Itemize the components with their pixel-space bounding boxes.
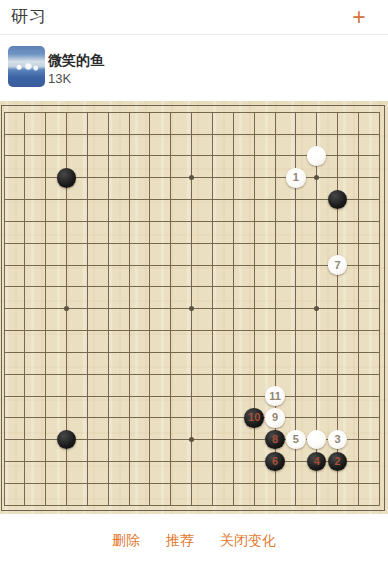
board-intersection[interactable]: [265, 342, 286, 364]
board-intersection[interactable]: [98, 407, 119, 429]
board-intersection[interactable]: [140, 232, 161, 254]
board-intersection[interactable]: [56, 276, 77, 298]
board-intersection[interactable]: [119, 342, 140, 364]
board-intersection[interactable]: [244, 363, 265, 385]
board-intersection[interactable]: [35, 494, 56, 514]
board-intersection[interactable]: [223, 407, 244, 429]
board-intersection[interactable]: [223, 232, 244, 254]
stone-black[interactable]: 2: [328, 452, 348, 472]
board-intersection[interactable]: [223, 494, 244, 514]
board-intersection[interactable]: [265, 298, 286, 320]
board-intersection[interactable]: [306, 363, 327, 385]
board-intersection[interactable]: [348, 123, 369, 145]
board-intersection[interactable]: [181, 232, 202, 254]
board-intersection[interactable]: [98, 342, 119, 364]
board-intersection[interactable]: [56, 254, 77, 276]
board-intersection[interactable]: [56, 429, 77, 451]
board-intersection[interactable]: [202, 189, 223, 211]
board-intersection[interactable]: [35, 451, 56, 473]
delete-button[interactable]: 删除: [112, 530, 140, 552]
board-intersection[interactable]: [223, 320, 244, 342]
board-intersection[interactable]: [98, 363, 119, 385]
board-intersection[interactable]: [119, 298, 140, 320]
board-intersection[interactable]: [244, 123, 265, 145]
board-intersection[interactable]: [327, 494, 348, 514]
board-intersection[interactable]: [0, 123, 14, 145]
board-intersection[interactable]: [265, 101, 286, 123]
stone-white[interactable]: 3: [328, 430, 348, 450]
board-intersection[interactable]: [202, 123, 223, 145]
board-intersection[interactable]: [119, 363, 140, 385]
board-intersection[interactable]: [140, 167, 161, 189]
board-intersection[interactable]: [140, 145, 161, 167]
board-intersection[interactable]: [369, 429, 388, 451]
board-intersection[interactable]: [160, 211, 181, 233]
board-intersection[interactable]: [202, 472, 223, 494]
board-intersection[interactable]: [0, 472, 14, 494]
board-intersection[interactable]: [77, 123, 98, 145]
board-intersection[interactable]: 1: [285, 167, 306, 189]
board-intersection[interactable]: [202, 167, 223, 189]
board-intersection[interactable]: [244, 451, 265, 473]
board-intersection[interactable]: [265, 472, 286, 494]
board-intersection[interactable]: [77, 254, 98, 276]
board-intersection[interactable]: [244, 276, 265, 298]
board-intersection[interactable]: [181, 429, 202, 451]
board-intersection[interactable]: [244, 189, 265, 211]
stone-black[interactable]: [57, 168, 77, 188]
board-intersection[interactable]: [202, 320, 223, 342]
board-intersection[interactable]: [181, 254, 202, 276]
board-intersection[interactable]: [306, 298, 327, 320]
board-intersection[interactable]: [244, 211, 265, 233]
board-intersection[interactable]: [306, 145, 327, 167]
stone-black[interactable]: [328, 190, 348, 210]
board-intersection[interactable]: [202, 363, 223, 385]
board-intersection[interactable]: [327, 189, 348, 211]
board-intersection[interactable]: [348, 342, 369, 364]
board-intersection[interactable]: [285, 363, 306, 385]
board-intersection[interactable]: [306, 342, 327, 364]
board-intersection[interactable]: [0, 407, 14, 429]
board-intersection[interactable]: [265, 189, 286, 211]
board-intersection[interactable]: [14, 363, 35, 385]
board-intersection[interactable]: 6: [265, 451, 286, 473]
board-intersection[interactable]: [306, 167, 327, 189]
board-intersection[interactable]: [77, 429, 98, 451]
board-intersection[interactable]: [348, 167, 369, 189]
board-intersection[interactable]: [244, 298, 265, 320]
board-intersection[interactable]: [119, 472, 140, 494]
board-intersection[interactable]: [369, 276, 388, 298]
board-intersection[interactable]: [265, 167, 286, 189]
board-intersection[interactable]: [348, 232, 369, 254]
board-intersection[interactable]: [285, 451, 306, 473]
board-intersection[interactable]: [0, 254, 14, 276]
board-intersection[interactable]: [56, 298, 77, 320]
board-intersection[interactable]: [35, 385, 56, 407]
board-intersection[interactable]: [119, 254, 140, 276]
board-intersection[interactable]: [14, 232, 35, 254]
board-intersection[interactable]: [98, 145, 119, 167]
board-intersection[interactable]: [140, 101, 161, 123]
board-intersection[interactable]: 8: [265, 429, 286, 451]
board-intersection[interactable]: [306, 276, 327, 298]
board-intersection[interactable]: [369, 342, 388, 364]
board-intersection[interactable]: [181, 101, 202, 123]
board-intersection[interactable]: [119, 167, 140, 189]
board-intersection[interactable]: [181, 189, 202, 211]
board-intersection[interactable]: 4: [306, 451, 327, 473]
board-intersection[interactable]: [56, 342, 77, 364]
board-intersection[interactable]: [369, 494, 388, 514]
board-intersection[interactable]: [140, 429, 161, 451]
board-intersection[interactable]: [327, 298, 348, 320]
board-intersection[interactable]: [140, 363, 161, 385]
board-intersection[interactable]: [202, 385, 223, 407]
board-intersection[interactable]: [35, 167, 56, 189]
board-intersection[interactable]: [223, 211, 244, 233]
board-intersection[interactable]: [56, 407, 77, 429]
board-intersection[interactable]: [77, 101, 98, 123]
board-intersection[interactable]: [369, 189, 388, 211]
board-intersection[interactable]: [265, 363, 286, 385]
board-intersection[interactable]: [306, 232, 327, 254]
board-intersection[interactable]: 9: [265, 407, 286, 429]
stone-white[interactable]: 1: [286, 168, 306, 188]
board-intersection[interactable]: [327, 232, 348, 254]
board-intersection[interactable]: [285, 385, 306, 407]
board-intersection[interactable]: [98, 123, 119, 145]
board-intersection[interactable]: [244, 320, 265, 342]
board-intersection[interactable]: [181, 167, 202, 189]
board-intersection[interactable]: [369, 101, 388, 123]
board-intersection[interactable]: [56, 363, 77, 385]
board-intersection[interactable]: [202, 342, 223, 364]
board-intersection[interactable]: [14, 320, 35, 342]
board-intersection[interactable]: [202, 254, 223, 276]
board-intersection[interactable]: [77, 298, 98, 320]
board-intersection[interactable]: [140, 494, 161, 514]
board-intersection[interactable]: [35, 145, 56, 167]
board-intersection[interactable]: [369, 472, 388, 494]
board-intersection[interactable]: [160, 254, 181, 276]
board-intersection[interactable]: [327, 363, 348, 385]
board-intersection[interactable]: [35, 101, 56, 123]
board-intersection[interactable]: [14, 145, 35, 167]
board-intersection[interactable]: [244, 167, 265, 189]
board-intersection[interactable]: [160, 123, 181, 145]
board-intersection[interactable]: [265, 276, 286, 298]
board-intersection[interactable]: [140, 472, 161, 494]
board-intersection[interactable]: [181, 451, 202, 473]
board-intersection[interactable]: [98, 189, 119, 211]
board-intersection[interactable]: [0, 385, 14, 407]
board-intersection[interactable]: [56, 472, 77, 494]
board-intersection[interactable]: [98, 298, 119, 320]
board-intersection[interactable]: [119, 211, 140, 233]
board-intersection[interactable]: [56, 385, 77, 407]
board-intersection[interactable]: [327, 276, 348, 298]
board-intersection[interactable]: [244, 494, 265, 514]
board-intersection[interactable]: [0, 342, 14, 364]
board-intersection[interactable]: [369, 167, 388, 189]
board-intersection[interactable]: [202, 407, 223, 429]
board-intersection[interactable]: [160, 276, 181, 298]
board-intersection[interactable]: [244, 429, 265, 451]
board-intersection[interactable]: [140, 211, 161, 233]
board-intersection[interactable]: [0, 494, 14, 514]
board-intersection[interactable]: [160, 232, 181, 254]
board-intersection[interactable]: [369, 451, 388, 473]
board-intersection[interactable]: [160, 101, 181, 123]
board-intersection[interactable]: [98, 276, 119, 298]
board-intersection[interactable]: [348, 254, 369, 276]
board-intersection[interactable]: [160, 429, 181, 451]
board-intersection[interactable]: [348, 211, 369, 233]
board-intersection[interactable]: [0, 298, 14, 320]
board-intersection[interactable]: [77, 363, 98, 385]
board-intersection[interactable]: [98, 211, 119, 233]
board-intersection[interactable]: [181, 494, 202, 514]
board-intersection[interactable]: [181, 363, 202, 385]
board-intersection[interactable]: [348, 320, 369, 342]
board-intersection[interactable]: [35, 363, 56, 385]
board-intersection[interactable]: [202, 494, 223, 514]
board-intersection[interactable]: [327, 407, 348, 429]
board-intersection[interactable]: [223, 189, 244, 211]
board-intersection[interactable]: [77, 276, 98, 298]
board-intersection[interactable]: [14, 429, 35, 451]
board-intersection[interactable]: [369, 407, 388, 429]
board-intersection[interactable]: [56, 145, 77, 167]
board-intersection[interactable]: [140, 407, 161, 429]
board-intersection[interactable]: [285, 189, 306, 211]
board-intersection[interactable]: [0, 101, 14, 123]
board-intersection[interactable]: [14, 123, 35, 145]
board-intersection[interactable]: [327, 472, 348, 494]
board-intersection[interactable]: [14, 211, 35, 233]
board-intersection[interactable]: [77, 211, 98, 233]
board-intersection[interactable]: [119, 232, 140, 254]
board-intersection[interactable]: [223, 298, 244, 320]
board-intersection[interactable]: [369, 363, 388, 385]
stone-black[interactable]: 4: [307, 452, 327, 472]
recommend-button[interactable]: 推荐: [166, 530, 194, 552]
board-intersection[interactable]: [306, 385, 327, 407]
board-intersection[interactable]: [223, 254, 244, 276]
board-intersection[interactable]: [348, 363, 369, 385]
board-intersection[interactable]: [327, 385, 348, 407]
board-intersection[interactable]: [160, 451, 181, 473]
board-intersection[interactable]: [223, 342, 244, 364]
board-intersection[interactable]: [348, 451, 369, 473]
board-intersection[interactable]: [265, 211, 286, 233]
board-intersection[interactable]: [98, 494, 119, 514]
board-intersection[interactable]: [181, 211, 202, 233]
board-intersection[interactable]: [202, 101, 223, 123]
board-intersection[interactable]: [56, 167, 77, 189]
board-intersection[interactable]: [244, 385, 265, 407]
board-intersection[interactable]: [14, 276, 35, 298]
board-intersection[interactable]: 7: [327, 254, 348, 276]
stone-white[interactable]: 7: [328, 255, 348, 275]
board-intersection[interactable]: [306, 472, 327, 494]
board-intersection[interactable]: [348, 189, 369, 211]
stone-black[interactable]: 8: [265, 430, 285, 450]
board-intersection[interactable]: [160, 167, 181, 189]
add-button[interactable]: +: [344, 0, 374, 34]
board-intersection[interactable]: [140, 385, 161, 407]
board-intersection[interactable]: [119, 451, 140, 473]
board-intersection[interactable]: [14, 385, 35, 407]
board-intersection[interactable]: [160, 145, 181, 167]
board-intersection[interactable]: [0, 363, 14, 385]
board-intersection[interactable]: [181, 123, 202, 145]
board-intersection[interactable]: [98, 101, 119, 123]
player-list-item[interactable]: 微笑的鱼 13K: [0, 35, 388, 101]
board-intersection[interactable]: [223, 123, 244, 145]
board-intersection[interactable]: [306, 123, 327, 145]
board-intersection[interactable]: [140, 276, 161, 298]
board-intersection[interactable]: [119, 320, 140, 342]
board-intersection[interactable]: [98, 232, 119, 254]
board-intersection[interactable]: [202, 429, 223, 451]
board-intersection[interactable]: [140, 254, 161, 276]
board-intersection[interactable]: [181, 342, 202, 364]
board-intersection[interactable]: [14, 451, 35, 473]
board-intersection[interactable]: [223, 472, 244, 494]
board-intersection[interactable]: [77, 167, 98, 189]
board-intersection[interactable]: [119, 429, 140, 451]
board-intersection[interactable]: 10: [244, 407, 265, 429]
go-board[interactable]: 1711109853642: [0, 101, 388, 514]
board-intersection[interactable]: [181, 472, 202, 494]
board-intersection[interactable]: [244, 101, 265, 123]
board-intersection[interactable]: [369, 145, 388, 167]
board-intersection[interactable]: [77, 472, 98, 494]
board-intersection[interactable]: [119, 123, 140, 145]
board-intersection[interactable]: [306, 429, 327, 451]
board-intersection[interactable]: [348, 472, 369, 494]
board-intersection[interactable]: [0, 232, 14, 254]
board-intersection[interactable]: [140, 123, 161, 145]
board-intersection[interactable]: [77, 342, 98, 364]
board-intersection[interactable]: [285, 320, 306, 342]
board-intersection[interactable]: [160, 320, 181, 342]
board-intersection[interactable]: [98, 429, 119, 451]
board-intersection[interactable]: [119, 189, 140, 211]
board-intersection[interactable]: [14, 254, 35, 276]
board-intersection[interactable]: [14, 101, 35, 123]
board-intersection[interactable]: [285, 145, 306, 167]
board-intersection[interactable]: [285, 211, 306, 233]
board-intersection[interactable]: [265, 145, 286, 167]
board-intersection[interactable]: [181, 385, 202, 407]
board-intersection[interactable]: [56, 189, 77, 211]
board-intersection[interactable]: [348, 407, 369, 429]
board-intersection[interactable]: [265, 254, 286, 276]
board-intersection[interactable]: [56, 232, 77, 254]
board-intersection[interactable]: [160, 363, 181, 385]
stone-white[interactable]: 9: [265, 408, 285, 428]
board-intersection[interactable]: [369, 320, 388, 342]
board-intersection[interactable]: [306, 407, 327, 429]
board-intersection[interactable]: [327, 342, 348, 364]
board-intersection[interactable]: [140, 342, 161, 364]
board-intersection[interactable]: [244, 232, 265, 254]
board-intersection[interactable]: [265, 123, 286, 145]
board-intersection[interactable]: [98, 451, 119, 473]
board-intersection[interactable]: [14, 342, 35, 364]
board-intersection[interactable]: [77, 189, 98, 211]
board-intersection[interactable]: [223, 363, 244, 385]
board-intersection[interactable]: [35, 320, 56, 342]
board-intersection[interactable]: [327, 123, 348, 145]
board-intersection[interactable]: [285, 232, 306, 254]
board-intersection[interactable]: 2: [327, 451, 348, 473]
board-intersection[interactable]: [98, 254, 119, 276]
board-intersection[interactable]: [77, 320, 98, 342]
board-intersection[interactable]: [327, 101, 348, 123]
board-intersection[interactable]: [35, 123, 56, 145]
board-intersection[interactable]: [0, 145, 14, 167]
board-intersection[interactable]: [160, 472, 181, 494]
board-intersection[interactable]: [223, 451, 244, 473]
board-intersection[interactable]: [14, 494, 35, 514]
board-intersection[interactable]: [202, 211, 223, 233]
stone-black[interactable]: [57, 430, 77, 450]
board-intersection[interactable]: [348, 429, 369, 451]
board-intersection[interactable]: [119, 494, 140, 514]
board-intersection[interactable]: [56, 320, 77, 342]
board-intersection[interactable]: [119, 145, 140, 167]
board-intersection[interactable]: [56, 451, 77, 473]
board-intersection[interactable]: [140, 451, 161, 473]
close-variations-button[interactable]: 关闭变化: [220, 530, 276, 552]
stone-white[interactable]: [307, 146, 327, 166]
board-intersection[interactable]: [56, 211, 77, 233]
board-intersection[interactable]: [160, 407, 181, 429]
board-intersection[interactable]: [56, 123, 77, 145]
board-intersection[interactable]: [77, 232, 98, 254]
board-intersection[interactable]: [327, 211, 348, 233]
board-intersection[interactable]: [35, 429, 56, 451]
board-intersection[interactable]: [98, 385, 119, 407]
board-intersection[interactable]: [77, 145, 98, 167]
board-intersection[interactable]: [181, 320, 202, 342]
board-intersection[interactable]: [35, 407, 56, 429]
board-intersection[interactable]: [77, 407, 98, 429]
board-intersection[interactable]: [35, 211, 56, 233]
board-intersection[interactable]: [202, 298, 223, 320]
board-intersection[interactable]: [140, 189, 161, 211]
board-intersection[interactable]: [160, 385, 181, 407]
board-intersection[interactable]: [285, 101, 306, 123]
stone-white[interactable]: 5: [286, 430, 306, 450]
board-intersection[interactable]: [223, 167, 244, 189]
board-intersection[interactable]: [119, 101, 140, 123]
board-intersection[interactable]: [285, 123, 306, 145]
board-intersection[interactable]: [35, 276, 56, 298]
board-intersection[interactable]: [119, 385, 140, 407]
board-intersection[interactable]: [202, 232, 223, 254]
board-intersection[interactable]: [348, 145, 369, 167]
board-intersection[interactable]: [160, 189, 181, 211]
board-intersection[interactable]: [77, 451, 98, 473]
board-intersection[interactable]: [327, 145, 348, 167]
board-intersection[interactable]: [35, 472, 56, 494]
